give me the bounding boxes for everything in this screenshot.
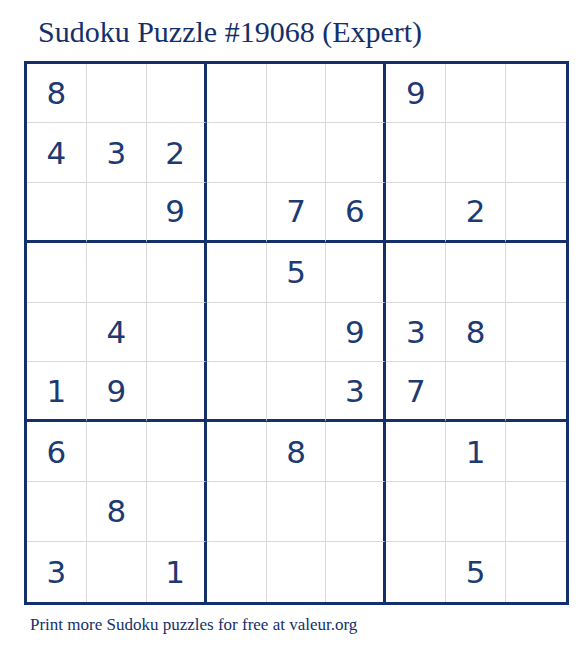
sudoku-cell	[506, 123, 566, 183]
sudoku-cell: 8	[87, 482, 147, 542]
sudoku-cell	[267, 64, 327, 124]
sudoku-cell: 8	[446, 303, 506, 363]
page-title: Sudoku Puzzle #19068 (Expert)	[38, 15, 580, 50]
sudoku-cell	[27, 303, 87, 363]
sudoku-grid: 8943297625493819376818315	[24, 61, 569, 605]
sudoku-cell	[386, 542, 446, 602]
sudoku-cell: 4	[87, 303, 147, 363]
sudoku-cell: 1	[27, 362, 87, 422]
sudoku-cell	[267, 482, 327, 542]
sudoku-cell	[207, 303, 267, 363]
sudoku-cell: 4	[27, 123, 87, 183]
sudoku-cell: 9	[87, 362, 147, 422]
sudoku-cell: 5	[446, 542, 506, 602]
sudoku-cell	[207, 64, 267, 124]
sudoku-cell	[506, 422, 566, 482]
sudoku-cell	[506, 362, 566, 422]
sudoku-cell	[87, 64, 147, 124]
sudoku-cell	[446, 123, 506, 183]
sudoku-cell: 3	[27, 542, 87, 602]
sudoku-cell	[147, 482, 207, 542]
sudoku-cell	[326, 422, 386, 482]
sudoku-cell	[506, 542, 566, 602]
sudoku-cell	[147, 422, 207, 482]
sudoku-cell	[87, 243, 147, 303]
sudoku-cell	[207, 362, 267, 422]
sudoku-cell	[27, 183, 87, 243]
sudoku-cell	[207, 482, 267, 542]
sudoku-cell: 3	[87, 123, 147, 183]
sudoku-cell	[326, 542, 386, 602]
sudoku-cell	[147, 362, 207, 422]
sudoku-cell: 3	[386, 303, 446, 363]
sudoku-cell	[386, 123, 446, 183]
footer-text: Print more Sudoku puzzles for free at va…	[30, 615, 580, 635]
sudoku-cell	[326, 123, 386, 183]
sudoku-cell	[207, 123, 267, 183]
sudoku-cell	[87, 422, 147, 482]
sudoku-cell	[386, 422, 446, 482]
sudoku-cell	[207, 243, 267, 303]
sudoku-cell: 1	[446, 422, 506, 482]
sudoku-cell	[506, 64, 566, 124]
sudoku-cell: 2	[446, 183, 506, 243]
sudoku-cell	[326, 243, 386, 303]
sudoku-cell	[446, 64, 506, 124]
sudoku-cell: 5	[267, 243, 327, 303]
sudoku-cell: 2	[147, 123, 207, 183]
sudoku-cell	[267, 542, 327, 602]
sudoku-cell	[326, 64, 386, 124]
sudoku-cell: 3	[326, 362, 386, 422]
sudoku-cell	[207, 542, 267, 602]
sudoku-cell: 6	[27, 422, 87, 482]
sudoku-cell	[506, 243, 566, 303]
sudoku-cell	[27, 482, 87, 542]
sudoku-cell	[27, 243, 87, 303]
sudoku-cell	[267, 123, 327, 183]
sudoku-cell	[267, 303, 327, 363]
sudoku-cell: 9	[386, 64, 446, 124]
sudoku-cell	[147, 303, 207, 363]
sudoku-cell	[386, 243, 446, 303]
sudoku-cell: 9	[326, 303, 386, 363]
sudoku-cell: 8	[267, 422, 327, 482]
sudoku-cell	[326, 482, 386, 542]
sudoku-cell	[506, 303, 566, 363]
sudoku-cell: 7	[386, 362, 446, 422]
sudoku-cell: 8	[27, 64, 87, 124]
sudoku-cell	[386, 482, 446, 542]
sudoku-cell: 7	[267, 183, 327, 243]
sudoku-cell: 6	[326, 183, 386, 243]
sudoku-cell: 9	[147, 183, 207, 243]
sudoku-cell	[147, 243, 207, 303]
sudoku-cell	[386, 183, 446, 243]
sudoku-cell	[506, 482, 566, 542]
sudoku-cell	[267, 362, 327, 422]
sudoku-cell	[207, 183, 267, 243]
sudoku-cell	[207, 422, 267, 482]
sudoku-cell	[147, 64, 207, 124]
sudoku-cell: 1	[147, 542, 207, 602]
sudoku-cell	[87, 542, 147, 602]
sudoku-cell	[506, 183, 566, 243]
sudoku-cell	[446, 243, 506, 303]
sudoku-cell	[446, 482, 506, 542]
sudoku-cell	[87, 183, 147, 243]
sudoku-cell	[446, 362, 506, 422]
